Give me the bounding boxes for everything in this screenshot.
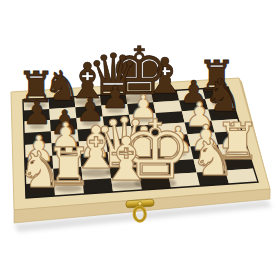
chess-piece-dark-pawn[interactable]: ♟ [23,97,52,129]
clasp-pin [138,201,142,205]
chess-piece-light-knight[interactable]: ♞ [190,133,235,183]
chess-piece-light-bishop[interactable]: ♝ [99,130,153,191]
piece-glyph: ♝ [99,130,153,191]
piece-glyph: ♟ [23,97,52,129]
chess-piece-light-knight[interactable]: ♞ [18,145,63,195]
piece-glyph: ♞ [18,145,63,195]
chess-set-product-photo: ♜♝♚♛♝♞♟♜♟♟♞♟♟♟♟♟♟♟♟♟♟♜♟♛♝♞♚♝♜♞ [0,0,275,275]
piece-glyph: ♞ [190,133,235,183]
